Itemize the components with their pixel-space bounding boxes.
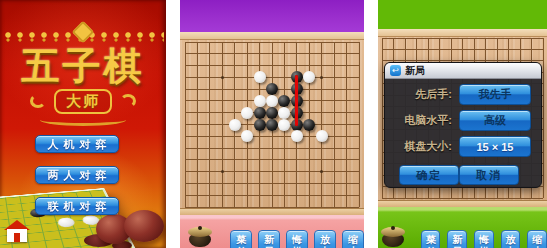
black-stone: [254, 107, 266, 119]
title-screen-panel: 五子棋 大师 人机对弈 两人对弈 联机对弈: [0, 0, 166, 248]
toolbar-button-new-game[interactable]: 新局: [447, 230, 467, 248]
toolbar-button-zoom-out[interactable]: 缩小: [342, 230, 364, 248]
toolbar-button-new-game[interactable]: 新局: [258, 230, 280, 248]
home-door: [14, 233, 20, 242]
dialog-screen-panel: ↩ 新局 先后手: 我先手 电脑水平: 高级 棋盘大小: 15 × 15 确定: [378, 0, 547, 248]
ok-button[interactable]: 确定: [399, 165, 459, 185]
toolbar-button-zoom-out[interactable]: 缩小: [527, 230, 547, 248]
home-walls: [7, 229, 27, 242]
black-stone: [266, 83, 278, 95]
toolbar-button-menu[interactable]: 菜单: [230, 230, 252, 248]
star-point: [320, 170, 323, 173]
white-stone: [278, 119, 290, 131]
master-badge: 大师: [54, 89, 112, 114]
grid-line: [543, 38, 544, 198]
board-size-value-button[interactable]: 15 × 15: [459, 136, 531, 157]
black-stone: [266, 107, 278, 119]
main-menu: 人机对弈 两人对弈 联机对弈: [35, 135, 119, 228]
first-move-value-button[interactable]: 我先手: [459, 84, 531, 105]
star-point: [221, 76, 224, 79]
dialog-row-first-move: 先后手: 我先手: [391, 84, 531, 105]
black-stone: [303, 119, 315, 131]
toolbar-button-menu[interactable]: 菜单: [421, 230, 441, 248]
stone-bowl-icon: [381, 225, 405, 247]
home-icon[interactable]: [4, 220, 30, 244]
dialog-row-ai-level: 电脑水平: 高级: [391, 110, 531, 131]
stone-bowl-icon: [188, 225, 212, 247]
dialog-body: 先后手: 我先手 电脑水平: 高级 棋盘大小: 15 × 15 确定 取消: [385, 79, 541, 185]
toolbar-button-zoom-in[interactable]: 放大: [501, 230, 521, 248]
header-bar: [180, 0, 364, 32]
black-stone: [254, 119, 266, 131]
board-size-label: 棋盘大小:: [391, 139, 459, 154]
toolbar-button-zoom-in[interactable]: 放大: [314, 230, 336, 248]
screenshot-collage: 五子棋 大师 人机对弈 两人对弈 联机对弈: [0, 0, 547, 248]
gold-flourish: [40, 114, 126, 126]
white-stone: [291, 130, 303, 142]
app-title: 五子棋: [0, 41, 166, 92]
grid-line: [359, 42, 360, 207]
go-stone-decoration: [124, 210, 164, 242]
win-line: [295, 75, 298, 126]
ai-level-value-button[interactable]: 高级: [459, 110, 531, 131]
dialog-title: 新局: [405, 64, 425, 78]
menu-button-two-player[interactable]: 两人对弈: [35, 166, 119, 184]
gold-scroll-right: [120, 94, 136, 108]
dialog-row-board-size: 棋盘大小: 15 × 15: [391, 136, 531, 157]
toolbar: 菜单 新局 悔棋 放大 缩小: [180, 215, 364, 248]
gold-scroll-left: [30, 94, 46, 108]
grid-line: [382, 198, 543, 199]
white-stone: [266, 95, 278, 107]
first-move-label: 先后手:: [391, 87, 459, 102]
board-grid: [185, 42, 359, 207]
dialog-title-bar: ↩ 新局: [385, 63, 541, 79]
white-stone: [316, 130, 328, 142]
star-point: [221, 170, 224, 173]
master-badge-row: 大师: [0, 88, 166, 114]
white-stone: [303, 71, 315, 83]
grid-line: [185, 183, 359, 184]
white-stone: [241, 130, 253, 142]
grid-line: [346, 42, 347, 207]
black-stone: [266, 119, 278, 131]
white-stone: [241, 107, 253, 119]
cancel-button[interactable]: 取消: [459, 165, 519, 185]
dialog-actions: 确定 取消: [391, 162, 531, 185]
white-stone: [229, 119, 241, 131]
white-stone: [254, 71, 266, 83]
toolbar: 菜单 新局 悔棋 放大 缩小: [378, 207, 547, 248]
grid-line: [185, 207, 359, 208]
ai-level-label: 电脑水平:: [391, 113, 459, 128]
toolbar-button-undo[interactable]: 悔棋: [474, 230, 494, 248]
new-game-icon: ↩: [390, 65, 401, 76]
star-point: [320, 76, 323, 79]
new-game-dialog: ↩ 新局 先后手: 我先手 电脑水平: 高级 棋盘大小: 15 × 15 确定: [384, 62, 542, 188]
black-stone: [278, 95, 290, 107]
toolbar-button-undo[interactable]: 悔棋: [286, 230, 308, 248]
white-stone: [278, 107, 290, 119]
game-board[interactable]: [180, 32, 364, 215]
grid-line: [185, 195, 359, 196]
game-screen-panel: 菜单 新局 悔棋 放大 缩小: [180, 0, 364, 248]
menu-button-online[interactable]: 联机对弈: [35, 197, 119, 215]
white-stone: [254, 95, 266, 107]
menu-button-human-vs-ai[interactable]: 人机对弈: [35, 135, 119, 153]
